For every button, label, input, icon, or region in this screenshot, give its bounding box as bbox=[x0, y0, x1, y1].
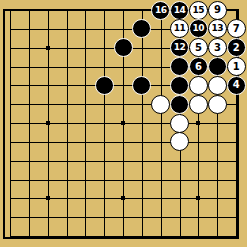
black-stone-move-4: 4 bbox=[227, 76, 246, 95]
move-number: 11 bbox=[174, 24, 186, 33]
move-number: 2 bbox=[233, 43, 239, 53]
white-stone-move-7: 7 bbox=[227, 19, 246, 38]
black-stone bbox=[170, 76, 189, 95]
move-number: 16 bbox=[155, 6, 167, 15]
grid-line bbox=[161, 10, 162, 237]
white-stone-move-5: 5 bbox=[189, 38, 208, 57]
white-stone bbox=[189, 76, 208, 95]
star-point bbox=[196, 196, 200, 200]
black-stone-move-16: 16 bbox=[151, 1, 170, 20]
star-point bbox=[121, 121, 125, 125]
go-board-diagram: 1614159111013712532614 bbox=[0, 0, 247, 247]
move-number: 13 bbox=[211, 24, 223, 33]
black-stone bbox=[208, 57, 227, 76]
white-stone-move-1: 1 bbox=[227, 57, 246, 76]
star-point bbox=[196, 121, 200, 125]
move-number: 5 bbox=[195, 43, 201, 53]
move-number: 6 bbox=[195, 62, 201, 72]
grid-line bbox=[10, 217, 237, 218]
white-stone bbox=[208, 95, 227, 114]
black-stone-move-14: 14 bbox=[170, 1, 189, 20]
black-stone-move-2: 2 bbox=[227, 38, 246, 57]
move-number: 12 bbox=[174, 43, 186, 52]
move-number: 9 bbox=[214, 5, 220, 15]
black-stone bbox=[170, 57, 189, 76]
white-stone-move-9: 9 bbox=[208, 1, 227, 20]
star-point bbox=[46, 196, 50, 200]
grid-line bbox=[10, 142, 237, 143]
star-point bbox=[46, 46, 50, 50]
grid-line bbox=[142, 10, 143, 237]
move-number: 10 bbox=[193, 24, 205, 33]
grid-line bbox=[10, 236, 237, 237]
grid-line bbox=[10, 180, 237, 181]
move-number: 1 bbox=[233, 62, 239, 72]
white-stone bbox=[170, 114, 189, 133]
star-point bbox=[46, 121, 50, 125]
white-stone-move-15: 15 bbox=[189, 1, 208, 20]
black-stone bbox=[114, 38, 133, 57]
grid-line bbox=[10, 161, 237, 162]
black-stone bbox=[170, 95, 189, 114]
white-stone-move-13: 13 bbox=[208, 19, 227, 38]
move-number: 7 bbox=[233, 24, 239, 34]
white-stone bbox=[151, 95, 170, 114]
white-stone bbox=[208, 76, 227, 95]
move-number: 14 bbox=[174, 6, 186, 15]
black-stone bbox=[95, 76, 114, 95]
white-stone bbox=[189, 95, 208, 114]
move-number: 15 bbox=[193, 6, 205, 15]
black-stone-move-6: 6 bbox=[189, 57, 208, 76]
move-number: 4 bbox=[233, 80, 239, 90]
move-number: 3 bbox=[214, 43, 220, 53]
star-point bbox=[121, 196, 125, 200]
white-stone-move-3: 3 bbox=[208, 38, 227, 57]
